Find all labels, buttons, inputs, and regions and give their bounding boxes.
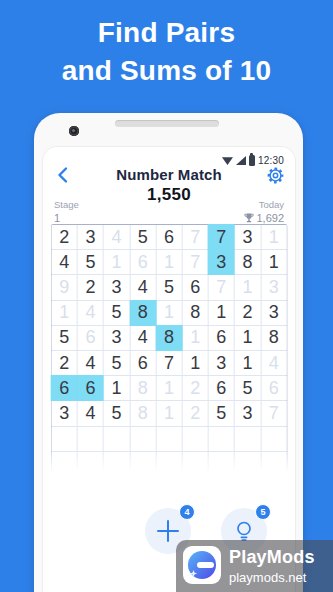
grid-cell[interactable]: 2 xyxy=(183,376,208,400)
screenshot-root: { "game": "number-match", "position": "2… xyxy=(0,0,333,592)
grid-cell[interactable] xyxy=(261,427,286,451)
grid-cell[interactable] xyxy=(156,452,181,476)
trophy-icon xyxy=(244,213,254,224)
grid-cell[interactable]: 1 xyxy=(261,250,286,274)
grid-cell[interactable]: 1 xyxy=(104,376,129,400)
grid-cell[interactable] xyxy=(78,427,103,451)
today-label: Today xyxy=(259,199,284,210)
grid-cell[interactable]: 8 xyxy=(156,326,181,350)
grid-cell[interactable]: 5 xyxy=(104,301,129,325)
grid-cell[interactable]: 6 xyxy=(130,351,155,375)
grid-cell[interactable]: 7 xyxy=(209,225,234,249)
chevron-left-icon xyxy=(56,166,70,184)
grid-cell[interactable]: 4 xyxy=(130,326,155,350)
gear-icon xyxy=(266,166,285,185)
grid-cell[interactable] xyxy=(183,427,208,451)
grid-cell[interactable]: 1 xyxy=(156,401,181,425)
grid-cell[interactable]: 8 xyxy=(235,250,260,274)
grid-cell[interactable] xyxy=(183,452,208,476)
grid-cell[interactable]: 2 xyxy=(78,275,103,299)
grid-cell[interactable]: 8 xyxy=(130,376,155,400)
grid-cell[interactable] xyxy=(156,427,181,451)
grid-cell[interactable]: 1 xyxy=(209,301,234,325)
grid-cell[interactable]: 3 xyxy=(52,401,77,425)
banner-line1: Find Pairs xyxy=(0,14,333,52)
grid-cell[interactable] xyxy=(209,427,234,451)
grid-cell[interactable] xyxy=(104,427,129,451)
settings-button[interactable] xyxy=(264,164,286,186)
grid-cell[interactable]: 7 xyxy=(156,351,181,375)
grid-cell[interactable]: 2 xyxy=(52,225,77,249)
banner-title: Find Pairs and Sums of 10 xyxy=(0,0,333,90)
grid-cell[interactable] xyxy=(78,452,103,476)
stage-block: Stage 1 xyxy=(54,199,79,224)
header: Number Match xyxy=(43,164,295,186)
grid-cell[interactable]: 4 xyxy=(261,351,286,375)
grid-cell[interactable]: 4 xyxy=(52,250,77,274)
grid-cell[interactable]: 2 xyxy=(52,351,77,375)
watermark-name: PlayMods xyxy=(229,547,315,568)
grid-cell[interactable]: 6 xyxy=(209,326,234,350)
board-wrap: 2345677314516173819234567131458181235634… xyxy=(51,224,288,476)
grid-cell[interactable]: 3 xyxy=(261,301,286,325)
grid-cell[interactable]: 5 xyxy=(78,250,103,274)
grid-cell[interactable]: 1 xyxy=(183,326,208,350)
grid-cell[interactable]: 6 xyxy=(261,376,286,400)
grid-cell[interactable]: 6 xyxy=(183,275,208,299)
playmods-watermark[interactable]: PlayMods playmods.net xyxy=(176,540,333,592)
grid-cell[interactable]: 3 xyxy=(104,326,129,350)
grid-cell[interactable]: 8 xyxy=(183,301,208,325)
grid-cell[interactable]: 1 xyxy=(261,225,286,249)
grid-cell[interactable]: 6 xyxy=(209,376,234,400)
playmods-logo-slot xyxy=(197,562,214,568)
back-button[interactable] xyxy=(52,164,74,186)
app-screen: 12:30 Number Match 1,550 Stag xyxy=(42,146,296,592)
speaker-slot xyxy=(115,120,219,127)
today-block: Today 1,692 xyxy=(244,199,284,224)
watermark-url: playmods.net xyxy=(229,570,315,585)
grid-cell[interactable]: 6 xyxy=(52,376,77,400)
grid-cell[interactable]: 7 xyxy=(261,401,286,425)
grid-cell[interactable]: 4 xyxy=(130,275,155,299)
stage-value: 1 xyxy=(54,212,79,224)
grid-cell[interactable]: 5 xyxy=(52,326,77,350)
grid-cell[interactable]: 5 xyxy=(156,275,181,299)
grid-cell[interactable]: 1 xyxy=(104,250,129,274)
grid-cell[interactable]: 1 xyxy=(156,250,181,274)
grid-cell[interactable]: 4 xyxy=(78,301,103,325)
grid-cell[interactable] xyxy=(209,452,234,476)
grid-cell[interactable]: 2 xyxy=(235,301,260,325)
grid-cell[interactable]: 4 xyxy=(78,351,103,375)
plus-icon xyxy=(156,519,180,543)
grid-cell[interactable] xyxy=(235,452,260,476)
grid-cell[interactable]: 3 xyxy=(209,351,234,375)
grid-cell[interactable]: 7 xyxy=(183,250,208,274)
grid-cell[interactable] xyxy=(52,427,77,451)
grid-cell[interactable]: 8 xyxy=(130,301,155,325)
today-value: 1,692 xyxy=(256,212,284,224)
grid-cell[interactable]: 7 xyxy=(183,225,208,249)
board: 2345677314516173819234567131458181235634… xyxy=(51,224,288,476)
grid-cell[interactable]: 6 xyxy=(78,376,103,400)
grid-cell[interactable] xyxy=(130,427,155,451)
grid-cell[interactable] xyxy=(130,452,155,476)
grid-cell[interactable]: 1 xyxy=(183,351,208,375)
grid-cell[interactable]: 3 xyxy=(78,225,103,249)
grid-cell[interactable]: 5 xyxy=(209,401,234,425)
grid-cell[interactable] xyxy=(104,452,129,476)
hint-count-badge: 5 xyxy=(255,504,271,520)
grid-cell[interactable]: 5 xyxy=(235,376,260,400)
grid-cell[interactable]: 3 xyxy=(209,250,234,274)
front-camera-icon xyxy=(69,126,79,136)
grid-cell[interactable]: 5 xyxy=(104,351,129,375)
grid-cell[interactable]: 4 xyxy=(78,401,103,425)
grid-cell[interactable]: 3 xyxy=(235,225,260,249)
grid-cell[interactable]: 9 xyxy=(52,275,77,299)
grid-cell[interactable]: 6 xyxy=(156,225,181,249)
grid-cell[interactable]: 1 xyxy=(235,326,260,350)
grid-cell[interactable] xyxy=(261,452,286,476)
grid-cell[interactable]: 3 xyxy=(235,401,260,425)
grid-cell[interactable]: 4 xyxy=(104,225,129,249)
grid-cell[interactable] xyxy=(235,427,260,451)
grid-cell[interactable]: 1 xyxy=(235,275,260,299)
page-title: Number Match xyxy=(43,164,295,186)
today-value-row: 1,692 xyxy=(244,212,284,224)
stage-label: Stage xyxy=(54,199,79,210)
grid-cell[interactable]: 6 xyxy=(130,250,155,274)
grid-cell[interactable] xyxy=(52,452,77,476)
grid-cell[interactable]: 7 xyxy=(209,275,234,299)
grid-cell[interactable]: 6 xyxy=(78,326,103,350)
grid-cell[interactable]: 3 xyxy=(104,275,129,299)
grid-cell[interactable]: 3 xyxy=(261,275,286,299)
playmods-logo-icon xyxy=(183,546,221,584)
meta-row: Stage 1 Today 1,692 xyxy=(54,199,284,224)
grid-cell[interactable]: 8 xyxy=(261,326,286,350)
banner-line2: and Sums of 10 xyxy=(0,52,333,90)
grid-cell[interactable]: 1 xyxy=(156,301,181,325)
phone-mockup: 12:30 Number Match 1,550 Stag xyxy=(34,113,303,592)
grid-cell[interactable]: 5 xyxy=(130,225,155,249)
grid-cell[interactable]: 8 xyxy=(130,401,155,425)
grid-cell[interactable]: 1 xyxy=(156,376,181,400)
grid-cell[interactable]: 1 xyxy=(52,301,77,325)
grid-cell[interactable]: 2 xyxy=(183,401,208,425)
watermark-text: PlayMods playmods.net xyxy=(229,546,315,585)
grid-cell[interactable]: 5 xyxy=(104,401,129,425)
grid-cell[interactable]: 1 xyxy=(235,351,260,375)
add-count-badge: 4 xyxy=(179,504,195,520)
